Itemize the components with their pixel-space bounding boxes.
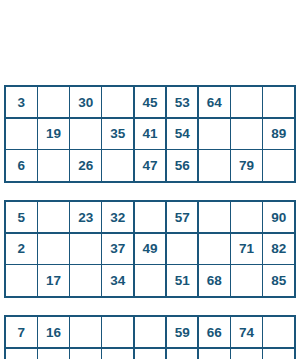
bingo-cell[interactable]: 48 [135,349,166,359]
bingo-ticket-3: 7165966741436486986 [4,315,296,359]
bingo-cell-empty [102,150,133,180]
bingo-cell[interactable]: 41 [135,119,166,149]
bingo-cell[interactable]: 45 [135,87,166,117]
bingo-cell[interactable]: 71 [231,234,262,264]
bingo-cell[interactable]: 35 [102,119,133,149]
bingo-tickets-area: 3304553641935415489626475679 52332579023… [4,85,296,359]
bingo-cell-empty [199,202,230,232]
bingo-cell-empty [167,234,198,264]
bingo-cell[interactable]: 69 [199,349,230,359]
bingo-cell-empty [231,119,262,149]
bingo-cell-empty [70,119,101,149]
bingo-cell-empty [70,317,101,347]
bingo-cell[interactable]: 59 [167,317,198,347]
bingo-cell-empty [199,119,230,149]
bingo-cell[interactable]: 90 [263,202,294,232]
bingo-cell[interactable]: 7 [6,317,37,347]
bingo-cell-empty [135,265,166,295]
bingo-cell[interactable]: 74 [231,317,262,347]
bingo-cell-empty [38,87,69,117]
bingo-cell-empty [167,349,198,359]
bingo-cell[interactable]: 54 [167,119,198,149]
bingo-cell-empty [38,202,69,232]
bingo-cell[interactable]: 34 [102,265,133,295]
bingo-cell[interactable]: 64 [199,87,230,117]
bingo-cell[interactable]: 17 [38,265,69,295]
bingo-cell-empty [6,349,37,359]
bingo-cell[interactable]: 37 [102,234,133,264]
bingo-cell[interactable]: 66 [199,317,230,347]
bingo-cell[interactable]: 86 [263,349,294,359]
bingo-cell[interactable]: 82 [263,234,294,264]
bingo-cell-empty [231,349,262,359]
bingo-cell[interactable]: 89 [263,119,294,149]
bingo-cell-empty [199,234,230,264]
bingo-cell-empty [6,265,37,295]
bingo-cell-empty [263,317,294,347]
bingo-cell[interactable]: 30 [70,87,101,117]
bingo-cell-empty [70,265,101,295]
bingo-cell[interactable]: 85 [263,265,294,295]
bingo-cell-empty [38,150,69,180]
bingo-cell[interactable]: 32 [102,202,133,232]
bingo-cell[interactable]: 47 [135,150,166,180]
bingo-cell[interactable]: 49 [135,234,166,264]
bingo-cell[interactable]: 36 [102,349,133,359]
bingo-cell-empty [70,234,101,264]
bingo-cell[interactable]: 68 [199,265,230,295]
bingo-ticket-2: 5233257902374971821734516885 [4,200,296,298]
bingo-cell[interactable]: 23 [70,202,101,232]
bingo-cell[interactable]: 14 [38,349,69,359]
bingo-cell-empty [199,150,230,180]
bingo-cell[interactable]: 57 [167,202,198,232]
bingo-cell-empty [231,202,262,232]
bingo-cell[interactable]: 26 [70,150,101,180]
bingo-ticket-1: 3304553641935415489626475679 [4,85,296,183]
bingo-cell[interactable]: 16 [38,317,69,347]
bingo-cell-empty [6,119,37,149]
bingo-cell-empty [102,317,133,347]
bingo-cell[interactable]: 56 [167,150,198,180]
bingo-cell[interactable]: 5 [6,202,37,232]
bingo-cell-empty [102,87,133,117]
bingo-cell-empty [231,87,262,117]
bingo-cell[interactable]: 2 [6,234,37,264]
bingo-cell[interactable]: 53 [167,87,198,117]
bingo-cell-empty [70,349,101,359]
bingo-cell[interactable]: 6 [6,150,37,180]
bingo-cell-empty [263,150,294,180]
bingo-cell[interactable]: 51 [167,265,198,295]
bingo-cell-empty [231,265,262,295]
bingo-cell[interactable]: 79 [231,150,262,180]
bingo-cell-empty [263,87,294,117]
bingo-cell-empty [38,234,69,264]
bingo-cell[interactable]: 3 [6,87,37,117]
bingo-cell-empty [135,202,166,232]
bingo-cell-empty [135,317,166,347]
bingo-cell[interactable]: 19 [38,119,69,149]
